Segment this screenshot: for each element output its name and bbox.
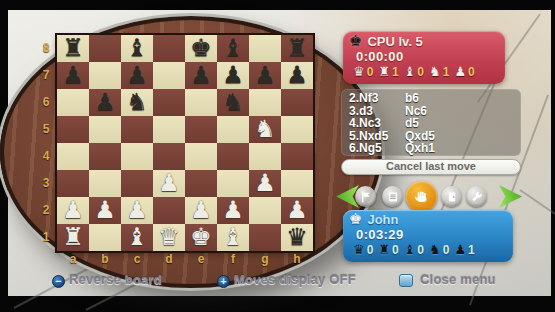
- square-d5[interactable]: [153, 116, 185, 143]
- black-crown-icon: ♚: [349, 34, 362, 49]
- john-player-name: John: [367, 212, 398, 227]
- square-a6[interactable]: [57, 89, 89, 116]
- cpu-player-panel: ♚ CPU lv. 5 0:00:00 ♛0♜1♝0♞1♟0: [343, 31, 505, 84]
- captured-pawn-icon: ♟: [454, 64, 466, 79]
- square-e6[interactable]: [185, 89, 217, 116]
- move-row: 6.Ng5Qxh1: [349, 142, 521, 155]
- square-a1[interactable]: ♜: [57, 224, 89, 251]
- square-g1[interactable]: [249, 224, 281, 251]
- file-label-e: e: [185, 252, 217, 266]
- square-h4[interactable]: [281, 143, 313, 170]
- square-a2[interactable]: ♟: [57, 197, 89, 224]
- captured-pawn-count: 1: [468, 243, 475, 257]
- piece-black-pawn: ♟: [217, 62, 249, 89]
- piece-black-pawn: ♟: [281, 62, 313, 89]
- square-c3[interactable]: [121, 170, 153, 197]
- captured-rook-icon: ♜: [378, 242, 390, 257]
- piece-white-pawn: ♟: [185, 197, 217, 224]
- square-a7[interactable]: ♟: [57, 62, 89, 89]
- rank-label-3: 3: [38, 170, 54, 197]
- captured-queen-icon: ♛: [353, 242, 365, 257]
- rank-label-8: 8: [38, 35, 54, 62]
- file-label-b: b: [89, 252, 121, 266]
- white-move: 6.Ng5: [349, 142, 405, 155]
- square-g6[interactable]: [249, 89, 281, 116]
- file-label-f: f: [217, 252, 249, 266]
- square-e8[interactable]: ♚: [185, 35, 217, 62]
- square-e7[interactable]: ♟: [185, 62, 217, 89]
- square-c2[interactable]: ♟: [121, 197, 153, 224]
- captured-queen-icon: ♛: [353, 64, 365, 79]
- square-b8[interactable]: [89, 35, 121, 62]
- square-d8[interactable]: [153, 35, 185, 62]
- square-g8[interactable]: [249, 35, 281, 62]
- piece-white-pawn: ♟: [57, 197, 89, 224]
- captured-bishop-count: 0: [417, 65, 424, 79]
- square-a5[interactable]: [57, 116, 89, 143]
- square-h7[interactable]: ♟: [281, 62, 313, 89]
- square-h1[interactable]: ♛: [281, 224, 313, 251]
- square-g5[interactable]: ♞: [249, 116, 281, 143]
- rank-labels: 87654321: [38, 35, 54, 251]
- hand-cursor-button-active[interactable]: [406, 181, 437, 212]
- square-g2[interactable]: [249, 197, 281, 224]
- piece-black-bishop: ♝: [217, 35, 249, 62]
- square-f6[interactable]: ♞: [217, 89, 249, 116]
- square-e2[interactable]: ♟: [185, 197, 217, 224]
- piece-white-queen: ♛: [153, 224, 185, 251]
- captured-rook-count: 1: [392, 65, 399, 79]
- rank-label-2: 2: [38, 197, 54, 224]
- square-f3[interactable]: [217, 170, 249, 197]
- rank-label-6: 6: [38, 89, 54, 116]
- captured-bishop-count: 0: [417, 243, 424, 257]
- rank-label-5: 5: [38, 116, 54, 143]
- square-b7[interactable]: [89, 62, 121, 89]
- square-b1[interactable]: [89, 224, 121, 251]
- square-b6[interactable]: ♟: [89, 89, 121, 116]
- moves-display-label[interactable]: Moves display OFF: [234, 272, 356, 287]
- reverse-board-label[interactable]: Reverse board: [69, 272, 162, 287]
- rank-label-1: 1: [38, 224, 54, 251]
- piece-black-pawn: ♟: [57, 62, 89, 89]
- piece-white-pawn: ♟: [89, 197, 121, 224]
- wrench-icon: [471, 191, 483, 203]
- file-label-d: d: [153, 252, 185, 266]
- file-label-g: g: [249, 252, 281, 266]
- file-label-a: a: [57, 252, 89, 266]
- captured-knight-count: 1: [443, 65, 450, 79]
- piece-black-rook: ♜: [281, 35, 313, 62]
- captured-queen-count: 0: [367, 243, 374, 257]
- square-c6[interactable]: ♞: [121, 89, 153, 116]
- square-d4[interactable]: [153, 143, 185, 170]
- piece-white-pawn: ♟: [217, 197, 249, 224]
- square-d3[interactable]: ♟: [153, 170, 185, 197]
- score-sheet-icon: [387, 191, 399, 203]
- next-arrow-icon[interactable]: [499, 185, 522, 208]
- captured-knight-icon: ♞: [429, 64, 441, 79]
- piece-white-king: ♚: [185, 224, 217, 251]
- square-c5[interactable]: [121, 116, 153, 143]
- square-h6[interactable]: [281, 89, 313, 116]
- close-menu-label[interactable]: Close menu: [420, 272, 496, 287]
- menu-square-button-icon[interactable]: [399, 274, 413, 287]
- piece-white-pawn: ♟: [153, 170, 185, 197]
- move-row: 2.Nf3b6: [349, 92, 521, 105]
- piece-black-rook: ♜: [57, 35, 89, 62]
- square-h3[interactable]: [281, 170, 313, 197]
- menu-toolbar: [336, 181, 526, 213]
- piece-white-bishop: ♝: [121, 224, 153, 251]
- square-f7[interactable]: ♟: [217, 62, 249, 89]
- square-d6[interactable]: [153, 89, 185, 116]
- cpu-player-name: CPU lv. 5: [367, 34, 422, 49]
- square-c8[interactable]: ♝: [121, 35, 153, 62]
- wii-chess-screen: 87654321 ♜♝♚♝♜♟♟♟♟♟♟♟♞♞♞♟♟♟♟♟♟♟♟♜♝♛♚♝♛ a…: [0, 0, 555, 312]
- square-g7[interactable]: ♟: [249, 62, 281, 89]
- square-b5[interactable]: [89, 116, 121, 143]
- square-f5[interactable]: [217, 116, 249, 143]
- square-c7[interactable]: ♟: [121, 62, 153, 89]
- captured-rook-icon: ♜: [378, 64, 390, 79]
- square-b4[interactable]: [89, 143, 121, 170]
- piece-black-bishop: ♝: [121, 35, 153, 62]
- rank-label-7: 7: [38, 62, 54, 89]
- captured-bishop-icon: ♝: [404, 64, 416, 79]
- cpu-clock: 0:00:00: [356, 49, 505, 64]
- square-g4[interactable]: [249, 143, 281, 170]
- score-sheet-button[interactable]: [382, 186, 403, 207]
- cancel-last-move-button[interactable]: Cancel last move: [341, 159, 521, 175]
- file-labels: abcdefgh: [57, 252, 313, 266]
- captured-knight-count: 0: [443, 243, 450, 257]
- move-list-panel: 2.Nf3b63.d3Nc64.Nc3d55.Nxd5Qxd56.Ng5Qxh1: [341, 89, 521, 156]
- resign-flag-button[interactable]: [355, 186, 376, 207]
- square-g3[interactable]: ♟: [249, 170, 281, 197]
- square-a4[interactable]: [57, 143, 89, 170]
- captured-queen-count: 0: [367, 65, 374, 79]
- john-player-panel: ♚ John 0:03:29 ♛0♜0♝0♞0♟1: [343, 210, 513, 262]
- captured-bishop-icon: ♝: [404, 242, 416, 257]
- cpu-captured-pieces: ♛0♜1♝0♞1♟0: [353, 64, 505, 79]
- square-h2[interactable]: ♟: [281, 197, 313, 224]
- file-label-h: h: [281, 252, 313, 266]
- captured-pawn-count: 0: [468, 65, 475, 79]
- minus-button-icon[interactable]: −: [52, 275, 65, 288]
- chess-board[interactable]: ♜♝♚♝♜♟♟♟♟♟♟♟♞♞♞♟♟♟♟♟♟♟♟♜♝♛♚♝♛: [57, 35, 313, 251]
- square-d2[interactable]: [153, 197, 185, 224]
- piece-black-knight: ♞: [217, 89, 249, 116]
- piece-black-king: ♚: [185, 35, 217, 62]
- square-f2[interactable]: ♟: [217, 197, 249, 224]
- piece-black-pawn: ♟: [249, 62, 281, 89]
- captured-rook-count: 0: [392, 243, 399, 257]
- black-move: d5: [405, 117, 419, 130]
- door-icon: [446, 191, 458, 203]
- square-c4[interactable]: [121, 143, 153, 170]
- square-f1[interactable]: ♝: [217, 224, 249, 251]
- square-h5[interactable]: [281, 116, 313, 143]
- hand-icon: [414, 189, 430, 205]
- square-c1[interactable]: ♝: [121, 224, 153, 251]
- piece-black-knight: ♞: [121, 89, 153, 116]
- piece-white-knight: ♞: [249, 116, 281, 143]
- quit-door-button[interactable]: [441, 186, 462, 207]
- square-a8[interactable]: ♜: [57, 35, 89, 62]
- flag-icon: [360, 191, 372, 203]
- plus-button-icon[interactable]: +: [217, 275, 230, 288]
- square-a3[interactable]: [57, 170, 89, 197]
- square-d7[interactable]: [153, 62, 185, 89]
- captured-pawn-icon: ♟: [454, 242, 466, 257]
- piece-white-pawn: ♟: [121, 197, 153, 224]
- piece-black-pawn: ♟: [89, 89, 121, 116]
- white-crown-icon: ♚: [349, 212, 362, 227]
- black-move: Qxh1: [405, 142, 435, 155]
- piece-white-pawn: ♟: [281, 197, 313, 224]
- settings-wrench-button[interactable]: [466, 186, 487, 207]
- captured-knight-icon: ♞: [429, 242, 441, 257]
- john-captured-pieces: ♛0♜0♝0♞0♟1: [353, 242, 513, 257]
- white-move: 2.Nf3: [349, 92, 405, 105]
- square-f4[interactable]: [217, 143, 249, 170]
- square-b2[interactable]: ♟: [89, 197, 121, 224]
- piece-white-rook: ♜: [57, 224, 89, 251]
- piece-white-pawn: ♟: [249, 170, 281, 197]
- piece-black-queen: ♛: [281, 224, 313, 251]
- piece-black-pawn: ♟: [121, 62, 153, 89]
- piece-black-pawn: ♟: [185, 62, 217, 89]
- square-d1[interactable]: ♛: [153, 224, 185, 251]
- white-move: 4.Nc3: [349, 117, 405, 130]
- move-row: 4.Nc3d5: [349, 117, 521, 130]
- square-b3[interactable]: [89, 170, 121, 197]
- john-clock: 0:03:29: [356, 227, 513, 242]
- file-label-c: c: [121, 252, 153, 266]
- piece-white-bishop: ♝: [217, 224, 249, 251]
- square-e1[interactable]: ♚: [185, 224, 217, 251]
- square-e5[interactable]: [185, 116, 217, 143]
- square-h8[interactable]: ♜: [281, 35, 313, 62]
- rank-label-4: 4: [38, 143, 54, 170]
- black-move: b6: [405, 92, 419, 105]
- square-e4[interactable]: [185, 143, 217, 170]
- square-f8[interactable]: ♝: [217, 35, 249, 62]
- square-e3[interactable]: [185, 170, 217, 197]
